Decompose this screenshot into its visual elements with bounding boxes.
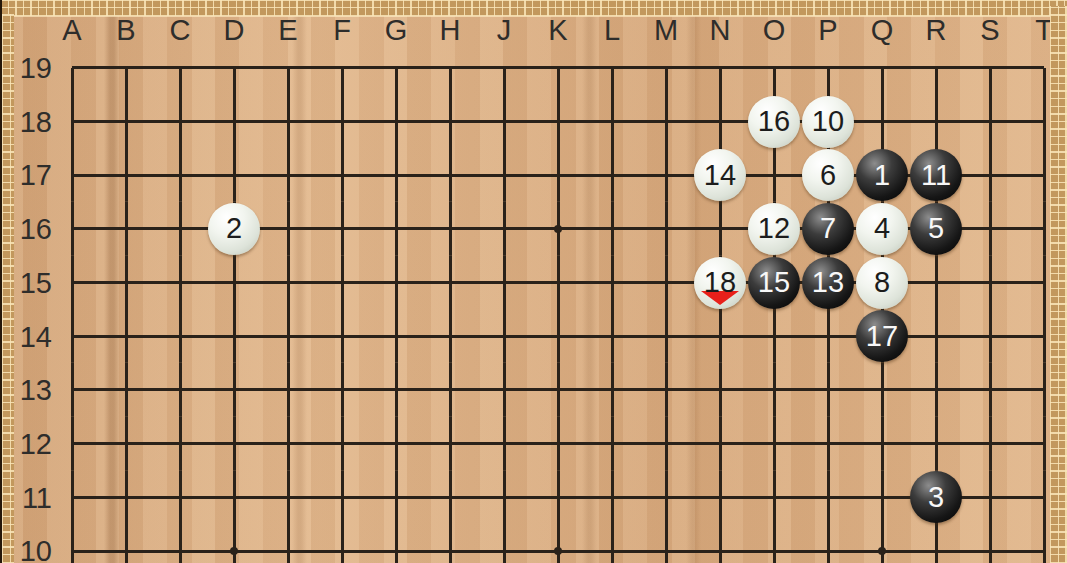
intersection-O18[interactable]: 16	[747, 95, 801, 149]
intersection-B14[interactable]	[99, 309, 153, 363]
intersection-L18[interactable]	[585, 95, 639, 149]
stone-black-move-17: 17	[856, 310, 908, 362]
intersection-A11[interactable]	[45, 471, 99, 525]
stone-white-move-16: 16	[748, 96, 800, 148]
intersection-R10[interactable]	[909, 524, 963, 563]
intersection-R15[interactable]	[909, 256, 963, 310]
intersection-M12[interactable]	[639, 417, 693, 471]
stone-black-move-1: 1	[856, 149, 908, 201]
intersection-O17[interactable]	[747, 148, 801, 202]
intersection-E13[interactable]	[261, 363, 315, 417]
stone-move-number: 3	[928, 483, 944, 512]
intersection-N14[interactable]	[693, 309, 747, 363]
intersection-K10[interactable]	[531, 524, 585, 563]
intersection-P12[interactable]	[801, 417, 855, 471]
intersection-P13[interactable]	[801, 363, 855, 417]
intersection-G16[interactable]	[369, 202, 423, 256]
intersection-H19[interactable]	[423, 41, 477, 95]
column-label-O: O	[763, 14, 786, 47]
stone-move-number: 17	[866, 322, 898, 351]
intersection-F18[interactable]	[315, 95, 369, 149]
intersection-Q16[interactable]: 4	[855, 202, 909, 256]
intersection-K18[interactable]	[531, 95, 585, 149]
intersection-G11[interactable]	[369, 471, 423, 525]
intersection-A17[interactable]	[45, 148, 99, 202]
intersection-H14[interactable]	[423, 309, 477, 363]
stone-black-move-5: 5	[910, 203, 962, 255]
stone-black-move-15: 15	[748, 257, 800, 309]
intersection-H15[interactable]	[423, 256, 477, 310]
intersection-B18[interactable]	[99, 95, 153, 149]
stone-white-move-14: 14	[694, 149, 746, 201]
intersection-N18[interactable]	[693, 95, 747, 149]
intersection-D19[interactable]	[207, 41, 261, 95]
intersection-K11[interactable]	[531, 471, 585, 525]
intersection-O16[interactable]: 12	[747, 202, 801, 256]
row-label-19: 19	[12, 52, 52, 85]
intersection-G13[interactable]	[369, 363, 423, 417]
intersection-N11[interactable]	[693, 471, 747, 525]
column-label-Q: Q	[871, 14, 894, 47]
column-label-A: A	[62, 14, 81, 47]
intersection-D18[interactable]	[207, 95, 261, 149]
intersection-S11[interactable]	[963, 471, 1017, 525]
stone-move-number: 12	[758, 214, 790, 243]
board-left-edge	[0, 0, 2, 563]
intersection-N15[interactable]: 18	[693, 256, 747, 310]
column-label-H: H	[440, 14, 461, 47]
intersection-O13[interactable]	[747, 363, 801, 417]
intersection-F10[interactable]	[315, 524, 369, 563]
intersection-E16[interactable]	[261, 202, 315, 256]
stone-white-move-2: 2	[208, 203, 260, 255]
column-label-F: F	[333, 14, 351, 47]
intersection-E10[interactable]	[261, 524, 315, 563]
intersection-P17[interactable]: 6	[801, 148, 855, 202]
intersection-M15[interactable]	[639, 256, 693, 310]
intersection-Q18[interactable]	[855, 95, 909, 149]
intersection-Q15[interactable]: 8	[855, 256, 909, 310]
intersection-F15[interactable]	[315, 256, 369, 310]
intersection-E17[interactable]	[261, 148, 315, 202]
column-label-B: B	[116, 14, 135, 47]
intersection-N19[interactable]	[693, 41, 747, 95]
intersection-H16[interactable]	[423, 202, 477, 256]
stone-black-move-3: 3	[910, 471, 962, 523]
intersection-K12[interactable]	[531, 417, 585, 471]
intersection-J16[interactable]	[477, 202, 531, 256]
intersection-L19[interactable]	[585, 41, 639, 95]
column-label-M: M	[654, 14, 678, 47]
intersection-B19[interactable]	[99, 41, 153, 95]
intersection-D14[interactable]	[207, 309, 261, 363]
intersection-J11[interactable]	[477, 471, 531, 525]
intersection-D17[interactable]	[207, 148, 261, 202]
intersection-M14[interactable]	[639, 309, 693, 363]
intersection-L13[interactable]	[585, 363, 639, 417]
intersection-A15[interactable]	[45, 256, 99, 310]
intersection-G17[interactable]	[369, 148, 423, 202]
row-label-18: 18	[12, 105, 52, 138]
row-label-11: 11	[12, 481, 52, 514]
intersection-E18[interactable]	[261, 95, 315, 149]
column-label-C: C	[170, 14, 191, 47]
intersection-C16[interactable]	[153, 202, 207, 256]
intersection-R18[interactable]	[909, 95, 963, 149]
intersection-E14[interactable]	[261, 309, 315, 363]
intersection-R13[interactable]	[909, 363, 963, 417]
intersection-Q19[interactable]	[855, 41, 909, 95]
intersection-R11[interactable]: 3	[909, 471, 963, 525]
intersection-K15[interactable]	[531, 256, 585, 310]
intersection-C10[interactable]	[153, 524, 207, 563]
intersection-O19[interactable]	[747, 41, 801, 95]
intersection-R19[interactable]	[909, 41, 963, 95]
intersection-L14[interactable]	[585, 309, 639, 363]
intersection-P16[interactable]: 7	[801, 202, 855, 256]
row-label-13: 13	[12, 374, 52, 407]
intersection-C14[interactable]	[153, 309, 207, 363]
intersection-C15[interactable]	[153, 256, 207, 310]
intersection-F16[interactable]	[315, 202, 369, 256]
go-board-app: ABCDEFGHJKLMNOPQRST 19181716151413121110…	[0, 0, 1067, 563]
intersection-E15[interactable]	[261, 256, 315, 310]
column-label-L: L	[604, 14, 620, 47]
intersection-B13[interactable]	[99, 363, 153, 417]
intersection-J13[interactable]	[477, 363, 531, 417]
intersection-M18[interactable]	[639, 95, 693, 149]
stone-black-move-7: 7	[802, 203, 854, 255]
column-label-K: K	[548, 14, 567, 47]
stone-white-move-4: 4	[856, 203, 908, 255]
stone-move-number: 5	[928, 214, 944, 243]
intersection-P18[interactable]: 10	[801, 95, 855, 149]
intersection-L10[interactable]	[585, 524, 639, 563]
intersection-M11[interactable]	[639, 471, 693, 525]
intersection-C12[interactable]	[153, 417, 207, 471]
row-label-15: 15	[12, 266, 52, 299]
intersection-C19[interactable]	[153, 41, 207, 95]
intersection-H11[interactable]	[423, 471, 477, 525]
intersection-A16[interactable]	[45, 202, 99, 256]
intersection-M13[interactable]	[639, 363, 693, 417]
intersection-L15[interactable]	[585, 256, 639, 310]
intersection-S17[interactable]	[963, 148, 1017, 202]
intersection-J12[interactable]	[477, 417, 531, 471]
intersection-O11[interactable]	[747, 471, 801, 525]
go-grid: 16101461112127451815138173	[45, 41, 1067, 563]
intersection-Q12[interactable]	[855, 417, 909, 471]
decorative-border-left	[2, 14, 14, 563]
intersection-K16[interactable]	[531, 202, 585, 256]
intersection-J14[interactable]	[477, 309, 531, 363]
intersection-H17[interactable]	[423, 148, 477, 202]
intersection-H12[interactable]	[423, 417, 477, 471]
intersection-D13[interactable]	[207, 363, 261, 417]
decorative-border-right	[1050, 6, 1067, 563]
intersection-C18[interactable]	[153, 95, 207, 149]
stone-white-move-8: 8	[856, 257, 908, 309]
intersection-R14[interactable]	[909, 309, 963, 363]
row-label-17: 17	[12, 159, 52, 192]
intersection-M17[interactable]	[639, 148, 693, 202]
stone-black-move-13: 13	[802, 257, 854, 309]
intersection-A13[interactable]	[45, 363, 99, 417]
decorative-border-top	[0, 0, 1067, 16]
intersection-F14[interactable]	[315, 309, 369, 363]
intersection-G15[interactable]	[369, 256, 423, 310]
intersection-K13[interactable]	[531, 363, 585, 417]
intersection-E12[interactable]	[261, 417, 315, 471]
stone-move-number: 7	[820, 214, 836, 243]
stone-move-number: 13	[812, 268, 844, 297]
column-label-N: N	[710, 14, 731, 47]
intersection-S13[interactable]	[963, 363, 1017, 417]
intersection-D12[interactable]	[207, 417, 261, 471]
column-label-E: E	[278, 14, 297, 47]
intersection-L11[interactable]	[585, 471, 639, 525]
intersection-Q13[interactable]	[855, 363, 909, 417]
intersection-S15[interactable]	[963, 256, 1017, 310]
intersection-G12[interactable]	[369, 417, 423, 471]
intersection-Q11[interactable]	[855, 471, 909, 525]
intersection-B10[interactable]	[99, 524, 153, 563]
intersection-D16[interactable]: 2	[207, 202, 261, 256]
intersection-S16[interactable]	[963, 202, 1017, 256]
stone-move-number: 2	[226, 214, 242, 243]
intersection-A19[interactable]	[45, 41, 99, 95]
intersection-M19[interactable]	[639, 41, 693, 95]
intersection-L12[interactable]	[585, 417, 639, 471]
intersection-Q14[interactable]: 17	[855, 309, 909, 363]
intersection-O15[interactable]: 15	[747, 256, 801, 310]
intersection-J19[interactable]	[477, 41, 531, 95]
intersection-K14[interactable]	[531, 309, 585, 363]
intersection-C13[interactable]	[153, 363, 207, 417]
intersection-F19[interactable]	[315, 41, 369, 95]
intersection-C17[interactable]	[153, 148, 207, 202]
intersection-K19[interactable]	[531, 41, 585, 95]
stone-move-number: 1	[874, 161, 890, 190]
intersection-D11[interactable]	[207, 471, 261, 525]
intersection-J18[interactable]	[477, 95, 531, 149]
intersection-J10[interactable]	[477, 524, 531, 563]
intersection-P11[interactable]	[801, 471, 855, 525]
stone-move-number: 6	[820, 161, 836, 190]
row-label-10: 10	[12, 535, 52, 563]
intersection-N17[interactable]: 14	[693, 148, 747, 202]
intersection-P15[interactable]: 13	[801, 256, 855, 310]
intersection-B11[interactable]	[99, 471, 153, 525]
intersection-F11[interactable]	[315, 471, 369, 525]
stone-move-number: 15	[758, 268, 790, 297]
intersection-N13[interactable]	[693, 363, 747, 417]
intersection-H10[interactable]	[423, 524, 477, 563]
column-label-J: J	[497, 14, 512, 47]
intersection-L16[interactable]	[585, 202, 639, 256]
stone-move-number: 8	[874, 268, 890, 297]
intersection-A12[interactable]	[45, 417, 99, 471]
stone-black-move-11: 11	[910, 149, 962, 201]
column-label-P: P	[818, 14, 837, 47]
intersection-M10[interactable]	[639, 524, 693, 563]
intersection-S12[interactable]	[963, 417, 1017, 471]
intersection-A18[interactable]	[45, 95, 99, 149]
intersection-Q10[interactable]	[855, 524, 909, 563]
intersection-N16[interactable]	[693, 202, 747, 256]
column-label-D: D	[224, 14, 245, 47]
stone-move-number: 10	[812, 107, 844, 136]
intersection-S19[interactable]	[963, 41, 1017, 95]
stone-move-number: 14	[704, 161, 736, 190]
intersection-Q17[interactable]: 1	[855, 148, 909, 202]
stone-white-move-12: 12	[748, 203, 800, 255]
intersection-O14[interactable]	[747, 309, 801, 363]
stone-white-move-6: 6	[802, 149, 854, 201]
intersection-A10[interactable]	[45, 524, 99, 563]
intersection-E19[interactable]	[261, 41, 315, 95]
intersection-S10[interactable]	[963, 524, 1017, 563]
intersection-B15[interactable]	[99, 256, 153, 310]
intersection-J17[interactable]	[477, 148, 531, 202]
intersection-C11[interactable]	[153, 471, 207, 525]
intersection-E11[interactable]	[261, 471, 315, 525]
intersection-P14[interactable]	[801, 309, 855, 363]
intersection-J15[interactable]	[477, 256, 531, 310]
intersection-F13[interactable]	[315, 363, 369, 417]
intersection-N12[interactable]	[693, 417, 747, 471]
intersection-F17[interactable]	[315, 148, 369, 202]
stone-move-number: 16	[758, 107, 790, 136]
intersection-F12[interactable]	[315, 417, 369, 471]
intersection-G18[interactable]	[369, 95, 423, 149]
stone-move-number: 11	[921, 161, 951, 190]
intersection-M16[interactable]	[639, 202, 693, 256]
row-label-16: 16	[12, 213, 52, 246]
column-label-G: G	[385, 14, 408, 47]
intersection-O10[interactable]	[747, 524, 801, 563]
stone-white-move-18: 18	[694, 257, 746, 309]
intersection-D10[interactable]	[207, 524, 261, 563]
intersection-N10[interactable]	[693, 524, 747, 563]
intersection-B16[interactable]	[99, 202, 153, 256]
intersection-O12[interactable]	[747, 417, 801, 471]
stone-white-move-10: 10	[802, 96, 854, 148]
intersection-B12[interactable]	[99, 417, 153, 471]
stone-move-number: 4	[874, 214, 890, 243]
intersection-R16[interactable]: 5	[909, 202, 963, 256]
intersection-G19[interactable]	[369, 41, 423, 95]
intersection-S14[interactable]	[963, 309, 1017, 363]
intersection-R12[interactable]	[909, 417, 963, 471]
intersection-B17[interactable]	[99, 148, 153, 202]
intersection-R17[interactable]: 11	[909, 148, 963, 202]
intersection-P10[interactable]	[801, 524, 855, 563]
intersection-L17[interactable]	[585, 148, 639, 202]
intersection-A14[interactable]	[45, 309, 99, 363]
row-label-14: 14	[12, 320, 52, 353]
stone-move-number: 18	[704, 268, 736, 297]
intersection-G14[interactable]	[369, 309, 423, 363]
intersection-H18[interactable]	[423, 95, 477, 149]
column-label-R: R	[926, 14, 947, 47]
row-label-12: 12	[12, 427, 52, 460]
intersection-D15[interactable]	[207, 256, 261, 310]
intersection-P19[interactable]	[801, 41, 855, 95]
intersection-K17[interactable]	[531, 148, 585, 202]
column-label-S: S	[980, 14, 999, 47]
intersection-H13[interactable]	[423, 363, 477, 417]
intersection-G10[interactable]	[369, 524, 423, 563]
intersection-S18[interactable]	[963, 95, 1017, 149]
